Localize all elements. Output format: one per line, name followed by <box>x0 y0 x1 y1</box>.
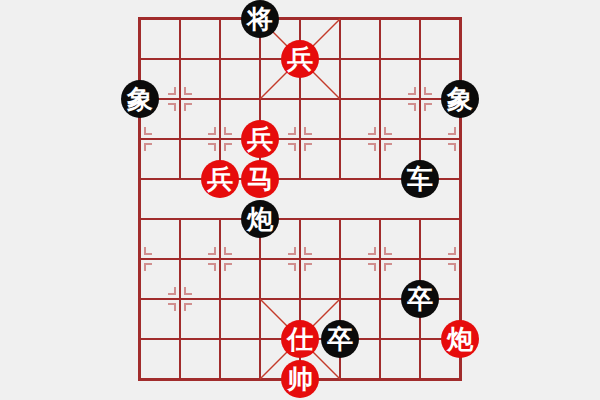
piece-red-general[interactable]: 帅 <box>281 360 319 398</box>
piece-red-soldier-3[interactable]: 兵 <box>201 160 239 198</box>
piece-black-elephant-1[interactable]: 象 <box>121 80 159 118</box>
pieces-layer: 将兵象象兵兵马车炮卒仕卒炮帅 <box>120 0 480 399</box>
piece-red-soldier-2[interactable]: 兵 <box>241 120 279 158</box>
piece-red-soldier-1[interactable]: 兵 <box>281 40 319 78</box>
piece-black-chariot[interactable]: 车 <box>401 160 439 198</box>
piece-black-cannon[interactable]: 炮 <box>241 200 279 238</box>
piece-red-horse[interactable]: 马 <box>241 160 279 198</box>
piece-black-soldier-1[interactable]: 卒 <box>401 280 439 318</box>
piece-red-cannon[interactable]: 炮 <box>441 320 479 358</box>
xiangqi-board: 将兵象象兵兵马车炮卒仕卒炮帅 <box>0 0 600 400</box>
piece-black-general[interactable]: 将 <box>241 0 279 38</box>
piece-red-advisor[interactable]: 仕 <box>281 320 319 358</box>
piece-black-elephant-2[interactable]: 象 <box>441 80 479 118</box>
piece-black-soldier-2[interactable]: 卒 <box>321 320 359 358</box>
